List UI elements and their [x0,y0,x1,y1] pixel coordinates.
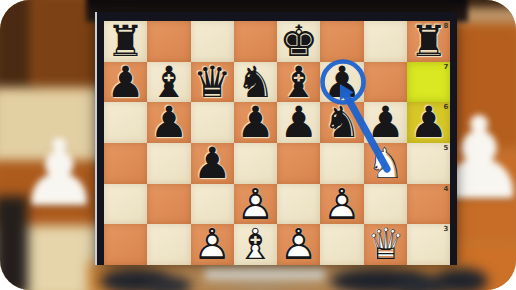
piece-white-pawn-f4[interactable]: ♟♙ [320,184,363,225]
square-a8[interactable]: ♜ [104,21,147,62]
square-g3[interactable]: ♛♕ [364,224,407,265]
square-c3[interactable]: ♟♙ [191,224,234,265]
square-a6[interactable] [104,102,147,143]
square-d5[interactable] [234,143,277,184]
square-a7[interactable]: ♟ [104,62,147,103]
piece-black-knight-d7[interactable]: ♞ [234,62,277,103]
square-g7[interactable] [364,62,407,103]
square-b8[interactable] [147,21,190,62]
square-a4[interactable] [104,184,147,225]
piece-black-king-e8[interactable]: ♚ [277,21,320,62]
piece-black-pawn-g6[interactable]: ♟ [364,102,407,143]
piece-white-pawn-c3[interactable]: ♟♙ [191,224,234,265]
piece-white-knight-g5[interactable]: ♞♘ [364,143,407,184]
rank-label-3: 3 [444,225,449,233]
square-b4[interactable] [147,184,190,225]
square-d6[interactable]: ♟ [234,102,277,143]
piece-black-pawn-a7[interactable]: ♟ [104,62,147,103]
square-h3[interactable]: 3 [407,224,450,265]
piece-black-bishop-e7[interactable]: ♝ [277,62,320,103]
square-g8[interactable] [364,21,407,62]
piece-black-rook-a8[interactable]: ♜ [104,21,147,62]
bg-dark-piece [148,276,192,290]
square-f3[interactable] [320,224,363,265]
square-a3[interactable] [104,224,147,265]
square-e7[interactable]: ♝ [277,62,320,103]
piece-white-bishop-d3[interactable]: ♝♗ [234,224,277,265]
square-f7[interactable]: ♟ [320,62,363,103]
square-f5[interactable] [320,143,363,184]
square-c4[interactable] [191,184,234,225]
square-b6[interactable]: ♟ [147,102,190,143]
bg-table-edge [205,268,325,280]
square-d4[interactable]: ♟♙ [234,184,277,225]
square-h8[interactable]: ♜8 [407,21,450,62]
chess-board: ♜♚♜8♟♝♛♞♝♟7♟♟♟♞♟♟6♟♞♘5♟♙♟♙4♟♙♝♗♟♙♛♕3 [95,12,457,265]
square-h4[interactable]: 4 [407,184,450,225]
piece-white-queen-g3[interactable]: ♛♕ [364,224,407,265]
square-c7[interactable]: ♛ [191,62,234,103]
square-d7[interactable]: ♞ [234,62,277,103]
square-e6[interactable]: ♟ [277,102,320,143]
bg-dark-piece [436,268,488,290]
square-f4[interactable]: ♟♙ [320,184,363,225]
square-d3[interactable]: ♝♗ [234,224,277,265]
rank-label-6: 6 [444,103,449,111]
piece-white-pawn-d4[interactable]: ♟♙ [234,184,277,225]
square-g6[interactable]: ♟ [364,102,407,143]
piece-white-pawn-e3[interactable]: ♟♙ [277,224,320,265]
square-a5[interactable] [104,143,147,184]
square-e5[interactable] [277,143,320,184]
piece-black-pawn-d6[interactable]: ♟ [234,102,277,143]
square-e4[interactable] [277,184,320,225]
photo-frame: ♟ ♟ ♜♚♜8♟♝♛♞♝♟7♟♟♟♞♟♟6♟♞♘5♟♙♟♙4♟♙♝♗♟♙♛♕3 [0,0,516,290]
board-grid: ♜♚♜8♟♝♛♞♝♟7♟♟♟♞♟♟6♟♞♘5♟♙♟♙4♟♙♝♗♟♙♛♕3 [104,21,450,265]
square-e8[interactable]: ♚ [277,21,320,62]
piece-black-queen-c7[interactable]: ♛ [191,62,234,103]
square-b7[interactable]: ♝ [147,62,190,103]
square-f6[interactable]: ♞ [320,102,363,143]
square-c6[interactable] [191,102,234,143]
square-f8[interactable] [320,21,363,62]
rank-label-4: 4 [444,185,449,193]
square-h5[interactable]: 5 [407,143,450,184]
square-h6[interactable]: ♟6 [407,102,450,143]
square-e3[interactable]: ♟♙ [277,224,320,265]
rank-label-5: 5 [444,144,449,152]
square-d8[interactable] [234,21,277,62]
rank-label-8: 8 [444,22,449,30]
piece-black-bishop-b7[interactable]: ♝ [147,62,190,103]
square-h7[interactable]: 7 [407,62,450,103]
square-g5[interactable]: ♞♘ [364,143,407,184]
square-g4[interactable] [364,184,407,225]
rank-label-7: 7 [444,63,449,71]
square-b3[interactable] [147,224,190,265]
piece-black-pawn-e6[interactable]: ♟ [277,102,320,143]
piece-black-pawn-b6[interactable]: ♟ [147,102,190,143]
square-b5[interactable] [147,143,190,184]
blurred-white-pawn-left: ♟ [18,128,98,220]
square-c5[interactable]: ♟ [191,143,234,184]
piece-black-pawn-f7[interactable]: ♟ [320,62,363,103]
square-c8[interactable] [191,21,234,62]
piece-black-knight-f6[interactable]: ♞ [320,102,363,143]
thumbnail-canvas: ♟ ♟ ♜♚♜8♟♝♛♞♝♟7♟♟♟♞♟♟6♟♞♘5♟♙♟♙4♟♙♝♗♟♙♛♕3 [0,0,516,290]
piece-black-pawn-c5[interactable]: ♟ [191,143,234,184]
